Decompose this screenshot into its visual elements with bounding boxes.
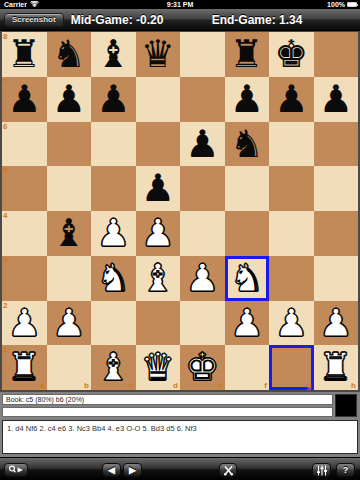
square-g6[interactable] — [269, 122, 314, 167]
square-b5[interactable] — [47, 166, 92, 211]
square-b6[interactable] — [47, 122, 92, 167]
square-c1[interactable]: ♝c — [91, 345, 136, 390]
square-g7[interactable]: ♟ — [269, 77, 314, 122]
question-mark-icon: ? — [343, 465, 349, 475]
square-h4[interactable] — [314, 211, 359, 256]
square-d1[interactable]: ♛d — [136, 345, 181, 390]
square-g8[interactable]: ♚ — [269, 32, 314, 77]
file-label-h: h — [351, 381, 356, 390]
opening-book-bar: Book: c5 (80%) b6 (20%) — [2, 394, 333, 405]
square-f2[interactable]: ♟ — [225, 301, 270, 346]
piece-white-pawn[interactable]: ♟ — [136, 211, 181, 256]
rank-label-7: 7 — [3, 77, 7, 86]
piece-black-bishop[interactable]: ♝ — [47, 211, 92, 256]
piece-white-pawn[interactable]: ♟ — [269, 301, 314, 346]
square-h2[interactable]: ♟ — [314, 301, 359, 346]
magnifier-play-icon — [8, 465, 24, 475]
square-f6[interactable]: ♞ — [225, 122, 270, 167]
square-e6[interactable]: ♟ — [180, 122, 225, 167]
rank-label-4: 4 — [3, 211, 7, 220]
square-h7[interactable]: ♟ — [314, 77, 359, 122]
chess-board: ♜8♞♝♛♜♚♟7♟♟♟♟♟6♟♞5♟4♝♟♟3♞♝♟♞♟2♟♟♟♟♜1ab♝c… — [0, 31, 360, 392]
square-d7[interactable] — [136, 77, 181, 122]
square-a1[interactable]: ♜1a — [2, 345, 47, 390]
square-h6[interactable] — [314, 122, 359, 167]
square-e1[interactable]: ♚e — [180, 345, 225, 390]
square-h8[interactable] — [314, 32, 359, 77]
square-d6[interactable] — [136, 122, 181, 167]
rank-label-6: 6 — [3, 122, 7, 131]
square-e5[interactable] — [180, 166, 225, 211]
square-d3[interactable]: ♝ — [136, 256, 181, 301]
square-f7[interactable]: ♟ — [225, 77, 270, 122]
piece-white-pawn[interactable]: ♟ — [47, 301, 92, 346]
square-b8[interactable]: ♞ — [47, 32, 92, 77]
piece-white-pawn[interactable]: ♟ — [180, 256, 225, 301]
eval-bar — [2, 407, 333, 417]
screenshot-button[interactable]: Screenshot — [4, 13, 64, 27]
square-f5[interactable] — [225, 166, 270, 211]
side-to-move-indicator — [335, 394, 357, 417]
rank-label-8: 8 — [3, 32, 7, 41]
square-b2[interactable]: ♟ — [47, 301, 92, 346]
piece-black-bishop[interactable]: ♝ — [91, 32, 136, 77]
rank-label-2: 2 — [3, 301, 7, 310]
square-b7[interactable]: ♟ — [47, 77, 92, 122]
square-a2[interactable]: ♟2 — [2, 301, 47, 346]
square-c4[interactable]: ♟ — [91, 211, 136, 256]
square-d4[interactable]: ♟ — [136, 211, 181, 256]
mid-game-eval: Mid-Game: -0.20 — [71, 13, 164, 27]
back-arrow-icon: ◀ — [108, 465, 115, 475]
file-label-d: d — [173, 381, 178, 390]
file-label-g: g — [307, 381, 312, 390]
square-e7[interactable] — [180, 77, 225, 122]
nav-bar: Screenshot Mid-Game: -0.20 End-Game: 1.3… — [0, 9, 360, 31]
square-e4[interactable] — [180, 211, 225, 256]
square-b3[interactable] — [47, 256, 92, 301]
help-button[interactable]: ? — [336, 463, 355, 477]
piece-black-pawn[interactable]: ♟ — [47, 77, 92, 122]
piece-white-pawn[interactable]: ♟ — [225, 301, 270, 346]
square-a5[interactable]: 5 — [2, 166, 47, 211]
piece-white-knight[interactable]: ♞ — [91, 256, 136, 301]
scissors-button[interactable] — [219, 463, 237, 477]
piece-black-rook[interactable]: ♜ — [225, 32, 270, 77]
file-label-e: e — [218, 381, 222, 390]
square-h1[interactable]: ♜h — [314, 345, 359, 390]
battery-percent: 100% — [327, 0, 345, 9]
piece-black-pawn[interactable]: ♟ — [91, 77, 136, 122]
scissors-icon — [223, 465, 234, 476]
square-c8[interactable]: ♝ — [91, 32, 136, 77]
square-a4[interactable]: 4 — [2, 211, 47, 256]
back-move-button[interactable]: ◀ — [102, 463, 121, 477]
square-f4[interactable] — [225, 211, 270, 256]
piece-white-bishop[interactable]: ♝ — [136, 256, 181, 301]
square-g5[interactable] — [269, 166, 314, 211]
square-g1[interactable]: g — [269, 345, 314, 390]
square-e3[interactable]: ♟ — [180, 256, 225, 301]
piece-black-knight[interactable]: ♞ — [47, 32, 92, 77]
sliders-icon — [316, 465, 328, 476]
piece-white-pawn[interactable]: ♟ — [314, 301, 359, 346]
square-d8[interactable]: ♛ — [136, 32, 181, 77]
clock-time: 9:31 PM — [167, 0, 193, 9]
piece-black-queen[interactable]: ♛ — [136, 32, 181, 77]
rank-label-5: 5 — [3, 166, 7, 175]
square-b4[interactable]: ♝ — [47, 211, 92, 256]
square-c6[interactable] — [91, 122, 136, 167]
wifi-icon — [30, 1, 39, 8]
piece-white-pawn[interactable]: ♟ — [91, 211, 136, 256]
rank-label-3: 3 — [3, 256, 7, 265]
square-f1[interactable]: f — [225, 345, 270, 390]
square-h3[interactable] — [314, 256, 359, 301]
piece-black-pawn[interactable]: ♟ — [136, 166, 181, 211]
carrier-label: Carrier — [4, 0, 27, 9]
piece-white-pawn[interactable]: ♟ — [2, 301, 47, 346]
piece-black-pawn[interactable]: ♟ — [314, 77, 359, 122]
square-c5[interactable] — [91, 166, 136, 211]
square-g4[interactable] — [269, 211, 314, 256]
forward-arrow-icon: ▶ — [129, 465, 136, 475]
end-game-eval: End-Game: 1.34 — [212, 13, 303, 27]
file-label-c: c — [129, 381, 133, 390]
file-label-b: b — [84, 381, 89, 390]
square-c7[interactable]: ♟ — [91, 77, 136, 122]
square-a3[interactable]: 3 — [2, 256, 47, 301]
square-f3[interactable]: ♞ — [225, 256, 270, 301]
square-h5[interactable] — [314, 166, 359, 211]
piece-black-king[interactable]: ♚ — [269, 32, 314, 77]
square-c2[interactable] — [91, 301, 136, 346]
battery-icon — [347, 2, 357, 7]
file-label-a: a — [40, 381, 44, 390]
square-e8[interactable] — [180, 32, 225, 77]
square-a7[interactable]: ♟7 — [2, 77, 47, 122]
square-a8[interactable]: ♜8 — [2, 32, 47, 77]
piece-white-knight[interactable]: ♞ — [225, 256, 270, 301]
rank-label-1: 1 — [3, 345, 7, 354]
move-list[interactable]: 1. d4 Nf6 2. c4 e6 3. Nc3 Bb4 4. e3 O-O … — [2, 420, 358, 454]
analysis-play-button[interactable] — [4, 463, 28, 477]
status-bar: Carrier 9:31 PM 100% — [0, 0, 360, 9]
settings-button[interactable] — [312, 463, 331, 477]
piece-black-pawn[interactable]: ♟ — [225, 77, 270, 122]
bottom-toolbar: ◀ ▶ ? — [0, 457, 360, 480]
square-g3[interactable] — [269, 256, 314, 301]
square-d5[interactable]: ♟ — [136, 166, 181, 211]
square-c3[interactable]: ♞ — [91, 256, 136, 301]
piece-black-pawn[interactable]: ♟ — [180, 122, 225, 167]
forward-move-button[interactable]: ▶ — [123, 463, 142, 477]
piece-black-pawn[interactable]: ♟ — [2, 77, 47, 122]
chess-app-screen: Carrier 9:31 PM 100% Screenshot Mid-Game… — [0, 0, 360, 480]
square-a6[interactable]: 6 — [2, 122, 47, 167]
info-panel: Book: c5 (80%) b6 (20%) 1. d4 Nf6 2. c4 … — [0, 392, 360, 457]
piece-black-pawn[interactable]: ♟ — [269, 77, 314, 122]
square-e2[interactable] — [180, 301, 225, 346]
square-d2[interactable] — [136, 301, 181, 346]
piece-black-knight[interactable]: ♞ — [225, 122, 270, 167]
piece-black-rook[interactable]: ♜ — [2, 32, 47, 77]
square-g2[interactable]: ♟ — [269, 301, 314, 346]
file-label-f: f — [264, 381, 267, 390]
square-f8[interactable]: ♜ — [225, 32, 270, 77]
square-b1[interactable]: b — [47, 345, 92, 390]
